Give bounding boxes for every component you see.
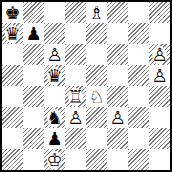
white-pawn-icon: ♙ — [46, 44, 62, 65]
square-a2[interactable] — [2, 128, 23, 149]
square-h8[interactable] — [149, 2, 170, 23]
square-g8[interactable] — [128, 2, 149, 23]
white-king-icon: ♔ — [46, 149, 62, 170]
square-g5[interactable] — [128, 65, 149, 86]
chess-board: ♚♗♛♟♙♙♛♙♖♘♞♙♙♟♔ — [0, 0, 172, 172]
square-g1[interactable] — [128, 149, 149, 170]
square-g6[interactable] — [128, 44, 149, 65]
black-knight-icon: ♞ — [46, 107, 62, 128]
square-h2[interactable] — [149, 128, 170, 149]
square-a7[interactable]: ♛ — [2, 23, 23, 44]
white-pawn-icon: ♙ — [151, 65, 167, 86]
square-c7[interactable] — [44, 23, 65, 44]
square-f4[interactable] — [107, 86, 128, 107]
square-g7[interactable] — [128, 23, 149, 44]
square-f5[interactable] — [107, 65, 128, 86]
square-d7[interactable] — [65, 23, 86, 44]
square-h7[interactable] — [149, 23, 170, 44]
square-g4[interactable] — [128, 86, 149, 107]
square-d4[interactable]: ♖ — [65, 86, 86, 107]
square-b8[interactable] — [23, 2, 44, 23]
square-e4[interactable]: ♘ — [86, 86, 107, 107]
square-e6[interactable] — [86, 44, 107, 65]
square-g2[interactable] — [128, 128, 149, 149]
square-e2[interactable] — [86, 128, 107, 149]
square-a4[interactable] — [2, 86, 23, 107]
white-knight-icon: ♘ — [88, 86, 104, 107]
white-rook-icon: ♖ — [67, 86, 83, 107]
square-c5[interactable]: ♛ — [44, 65, 65, 86]
black-pawn-icon: ♟ — [25, 23, 41, 44]
square-c6[interactable]: ♙ — [44, 44, 65, 65]
square-f3[interactable]: ♙ — [107, 107, 128, 128]
square-a5[interactable] — [2, 65, 23, 86]
square-e8[interactable]: ♗ — [86, 2, 107, 23]
square-f7[interactable] — [107, 23, 128, 44]
white-bishop-icon: ♗ — [88, 2, 104, 23]
square-h4[interactable] — [149, 86, 170, 107]
square-h6[interactable]: ♙ — [149, 44, 170, 65]
black-queen-icon: ♛ — [46, 65, 62, 86]
square-c2[interactable]: ♟ — [44, 128, 65, 149]
square-a8[interactable]: ♚ — [2, 2, 23, 23]
square-f8[interactable] — [107, 2, 128, 23]
square-b3[interactable] — [23, 107, 44, 128]
white-pawn-icon: ♙ — [151, 44, 167, 65]
black-queen-icon: ♛ — [4, 23, 20, 44]
square-b2[interactable] — [23, 128, 44, 149]
square-d6[interactable] — [65, 44, 86, 65]
square-e7[interactable] — [86, 23, 107, 44]
square-a6[interactable] — [2, 44, 23, 65]
square-e3[interactable] — [86, 107, 107, 128]
square-a1[interactable] — [2, 149, 23, 170]
square-h5[interactable]: ♙ — [149, 65, 170, 86]
square-c3[interactable]: ♞ — [44, 107, 65, 128]
square-c8[interactable] — [44, 2, 65, 23]
square-a3[interactable] — [2, 107, 23, 128]
black-pawn-icon: ♟ — [46, 128, 62, 149]
square-b1[interactable] — [23, 149, 44, 170]
square-f6[interactable] — [107, 44, 128, 65]
square-d8[interactable] — [65, 2, 86, 23]
square-e1[interactable] — [86, 149, 107, 170]
square-c1[interactable]: ♔ — [44, 149, 65, 170]
white-pawn-icon: ♙ — [109, 107, 125, 128]
white-pawn-icon: ♙ — [67, 107, 83, 128]
square-e5[interactable] — [86, 65, 107, 86]
square-f2[interactable] — [107, 128, 128, 149]
square-h1[interactable] — [149, 149, 170, 170]
square-b7[interactable]: ♟ — [23, 23, 44, 44]
square-d2[interactable] — [65, 128, 86, 149]
square-d1[interactable] — [65, 149, 86, 170]
square-b6[interactable] — [23, 44, 44, 65]
square-d5[interactable] — [65, 65, 86, 86]
square-f1[interactable] — [107, 149, 128, 170]
square-c4[interactable] — [44, 86, 65, 107]
square-b5[interactable] — [23, 65, 44, 86]
square-b4[interactable] — [23, 86, 44, 107]
square-d3[interactable]: ♙ — [65, 107, 86, 128]
black-king-icon: ♚ — [4, 2, 20, 23]
square-g3[interactable] — [128, 107, 149, 128]
square-h3[interactable] — [149, 107, 170, 128]
